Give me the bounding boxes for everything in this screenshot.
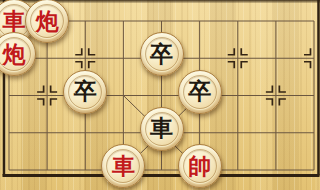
- piece-red-chariot[interactable]: 車: [101, 144, 145, 188]
- piece-black-chariot[interactable]: 車: [140, 107, 184, 151]
- piece-glyph: 卒: [188, 80, 211, 103]
- piece-black-soldier[interactable]: 卒: [178, 70, 222, 114]
- piece-glyph: 車: [3, 10, 26, 33]
- xiangqi-board-container: 車炮炮車帥卒卒卒車: [0, 0, 320, 190]
- piece-glyph: 炮: [3, 43, 26, 66]
- piece-glyph: 車: [112, 155, 135, 178]
- piece-black-soldier[interactable]: 卒: [140, 32, 184, 76]
- piece-glyph: 卒: [74, 80, 97, 103]
- piece-glyph: 卒: [150, 43, 173, 66]
- piece-red-general[interactable]: 帥: [178, 144, 222, 188]
- piece-black-soldier[interactable]: 卒: [63, 70, 107, 114]
- piece-glyph: 炮: [36, 10, 59, 33]
- piece-glyph: 帥: [188, 155, 211, 178]
- piece-glyph: 車: [150, 117, 173, 140]
- piece-red-cannon[interactable]: 炮: [25, 0, 69, 43]
